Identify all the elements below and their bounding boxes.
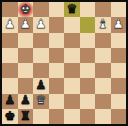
chess-board-frame: ♚♛♟♟♟♝♟♟♟♟♛♚♜ [0, 0, 128, 126]
square-e7[interactable] [64, 17, 80, 32]
square-h5[interactable] [111, 48, 127, 63]
square-a1[interactable]: ♚ [2, 109, 18, 124]
square-g3[interactable] [95, 78, 111, 93]
square-c6[interactable] [33, 33, 49, 48]
square-e6[interactable] [64, 33, 80, 48]
square-h4[interactable] [111, 63, 127, 78]
white-bishop[interactable]: ♝ [95, 17, 111, 32]
square-c3[interactable]: ♟ [33, 78, 49, 93]
square-d8[interactable] [49, 2, 65, 17]
square-b6[interactable] [18, 33, 34, 48]
square-c4[interactable] [33, 63, 49, 78]
square-h6[interactable] [111, 33, 127, 48]
square-f7[interactable] [80, 17, 96, 32]
square-c7[interactable]: ♟ [33, 17, 49, 32]
square-h1[interactable] [111, 109, 127, 124]
square-c8[interactable] [33, 2, 49, 17]
square-g6[interactable] [95, 33, 111, 48]
black-rook[interactable]: ♜ [18, 109, 34, 124]
square-h3[interactable] [111, 78, 127, 93]
square-e4[interactable] [64, 63, 80, 78]
white-pawn[interactable]: ♟ [2, 17, 18, 32]
square-f1[interactable] [80, 109, 96, 124]
square-d1[interactable] [49, 109, 65, 124]
square-a8[interactable] [2, 2, 18, 17]
square-f5[interactable] [80, 48, 96, 63]
square-e2[interactable] [64, 94, 80, 109]
square-b8[interactable]: ♚ [18, 2, 34, 17]
square-b1[interactable]: ♜ [18, 109, 34, 124]
black-pawn[interactable]: ♟ [18, 94, 34, 109]
white-pawn[interactable]: ♟ [33, 17, 49, 32]
square-b5[interactable] [18, 48, 34, 63]
white-pawn[interactable]: ♟ [18, 17, 34, 32]
square-d7[interactable] [49, 17, 65, 32]
square-g7[interactable]: ♝ [95, 17, 111, 32]
black-queen[interactable]: ♛ [64, 2, 80, 17]
square-f3[interactable] [80, 78, 96, 93]
square-h8[interactable] [111, 2, 127, 17]
square-a4[interactable] [2, 63, 18, 78]
black-pawn[interactable]: ♟ [33, 78, 49, 93]
square-c2[interactable]: ♛ [33, 94, 49, 109]
square-g5[interactable] [95, 48, 111, 63]
square-e1[interactable] [64, 109, 80, 124]
white-queen[interactable]: ♛ [33, 94, 49, 109]
square-f8[interactable] [80, 2, 96, 17]
square-f4[interactable] [80, 63, 96, 78]
square-b4[interactable] [18, 63, 34, 78]
white-king[interactable]: ♚ [18, 2, 34, 17]
square-f6[interactable] [80, 33, 96, 48]
square-a7[interactable]: ♟ [2, 17, 18, 32]
square-f2[interactable] [80, 94, 96, 109]
square-b2[interactable]: ♟ [18, 94, 34, 109]
square-g1[interactable] [95, 109, 111, 124]
square-d6[interactable] [49, 33, 65, 48]
square-a6[interactable] [2, 33, 18, 48]
square-d3[interactable] [49, 78, 65, 93]
square-d2[interactable] [49, 94, 65, 109]
square-a3[interactable] [2, 78, 18, 93]
square-e5[interactable] [64, 48, 80, 63]
square-e3[interactable] [64, 78, 80, 93]
square-d4[interactable] [49, 63, 65, 78]
white-pawn[interactable]: ♟ [111, 17, 127, 32]
square-h2[interactable] [111, 94, 127, 109]
chess-board: ♚♛♟♟♟♝♟♟♟♟♛♚♜ [2, 2, 126, 124]
square-e8[interactable]: ♛ [64, 2, 80, 17]
square-d5[interactable] [49, 48, 65, 63]
square-g8[interactable] [95, 2, 111, 17]
square-a2[interactable]: ♟ [2, 94, 18, 109]
black-pawn[interactable]: ♟ [2, 94, 18, 109]
square-b7[interactable]: ♟ [18, 17, 34, 32]
square-c1[interactable] [33, 109, 49, 124]
square-g2[interactable] [95, 94, 111, 109]
square-c5[interactable] [33, 48, 49, 63]
square-a5[interactable] [2, 48, 18, 63]
square-g4[interactable] [95, 63, 111, 78]
black-king[interactable]: ♚ [2, 109, 18, 124]
square-b3[interactable] [18, 78, 34, 93]
square-h7[interactable]: ♟ [111, 17, 127, 32]
